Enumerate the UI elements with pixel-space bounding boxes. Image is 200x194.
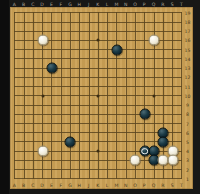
row-label-left: 9 [3, 103, 6, 108]
row-label-left: 14 [2, 56, 8, 61]
column-label-top: L [106, 2, 109, 7]
row-label-left: 8 [3, 112, 6, 117]
row-label-right: 5 [186, 139, 189, 144]
white-stone [167, 155, 178, 166]
grid-line-vertical [107, 12, 108, 179]
column-label-bottom: Q [152, 182, 156, 187]
row-label-left: 10 [2, 93, 8, 98]
row-label-left: 3 [3, 158, 6, 163]
row-label-left: 2 [3, 167, 6, 172]
hoshi-point [153, 94, 156, 97]
column-label-bottom: F [59, 182, 62, 187]
white-stone [37, 35, 48, 46]
column-label-bottom: T [180, 182, 183, 187]
row-label-right: 17 [185, 29, 191, 34]
column-label-top: G [68, 2, 72, 7]
row-label-right: 12 [185, 75, 191, 80]
column-label-top: D [40, 2, 44, 7]
white-stone [149, 35, 160, 46]
column-label-bottom: N [124, 182, 127, 187]
black-stone [158, 136, 169, 147]
column-label-top: O [133, 2, 137, 7]
row-label-left: 7 [3, 121, 6, 126]
column-label-bottom: L [106, 182, 109, 187]
column-label-top: P [143, 2, 146, 7]
row-label-left: 18 [2, 20, 8, 25]
row-label-left: 11 [2, 84, 8, 89]
column-label-bottom: D [40, 182, 44, 187]
column-label-bottom: K [96, 182, 99, 187]
hoshi-point [41, 94, 44, 97]
grid-line-vertical [181, 12, 182, 179]
white-stone [37, 146, 48, 157]
column-label-bottom: B [22, 182, 25, 187]
go-board[interactable] [10, 7, 193, 189]
column-label-top: Q [152, 2, 156, 7]
row-label-left: 5 [3, 139, 6, 144]
row-label-left: 15 [2, 47, 8, 52]
row-label-left: 12 [2, 75, 8, 80]
column-label-top: H [78, 2, 81, 7]
row-label-left: 16 [2, 38, 8, 43]
grid-line-vertical [116, 12, 117, 179]
column-label-bottom: O [133, 182, 137, 187]
column-label-top: K [96, 2, 99, 7]
screenshot-frame: AABBCCDDEEFFGGHHJJKKLLMMNNOOPPQQRRSSTT19… [0, 0, 200, 194]
row-label-right: 2 [186, 167, 189, 172]
grid-line-horizontal [14, 169, 182, 170]
row-label-right: 4 [186, 149, 189, 154]
row-label-right: 19 [185, 10, 191, 15]
row-label-left: 13 [2, 66, 8, 71]
column-label-top: R [161, 2, 164, 7]
column-label-bottom: S [171, 182, 174, 187]
column-label-bottom: G [68, 182, 72, 187]
column-label-top: E [50, 2, 53, 7]
column-label-top: N [124, 2, 127, 7]
grid-line-vertical [126, 12, 127, 179]
row-label-right: 18 [185, 20, 191, 25]
column-label-bottom: H [78, 182, 81, 187]
row-label-left: 6 [3, 130, 6, 135]
row-label-right: 15 [185, 47, 191, 52]
column-label-bottom: P [143, 182, 146, 187]
row-label-right: 11 [185, 84, 191, 89]
white-stone [130, 155, 141, 166]
grid-line-horizontal [14, 178, 182, 179]
column-label-bottom: A [13, 182, 16, 187]
column-label-top: F [59, 2, 62, 7]
row-label-left: 1 [3, 176, 6, 181]
row-label-right: 3 [186, 158, 189, 163]
row-label-left: 4 [3, 149, 6, 154]
column-label-bottom: C [31, 182, 34, 187]
row-label-left: 19 [2, 10, 8, 15]
row-label-right: 6 [186, 130, 189, 135]
column-label-top: A [13, 2, 16, 7]
last-move-marker [141, 148, 148, 155]
hoshi-point [97, 39, 100, 42]
black-stone [65, 136, 76, 147]
column-label-bottom: R [161, 182, 164, 187]
black-stone [139, 109, 150, 120]
column-label-top: B [22, 2, 25, 7]
row-label-right: 9 [186, 103, 189, 108]
column-label-bottom: J [88, 182, 89, 187]
row-label-left: 17 [2, 29, 8, 34]
row-label-right: 1 [186, 176, 189, 181]
column-label-bottom: M [114, 182, 118, 187]
grid-line-horizontal [14, 105, 182, 106]
row-label-right: 14 [185, 56, 191, 61]
column-label-bottom: E [50, 182, 53, 187]
row-label-right: 16 [185, 38, 191, 43]
black-stone [46, 63, 57, 74]
black-stone [111, 44, 122, 55]
grid-line-horizontal [14, 123, 182, 124]
row-label-right: 7 [186, 121, 189, 126]
hoshi-point [97, 94, 100, 97]
column-label-top: S [171, 2, 174, 7]
grid-line-horizontal [14, 114, 182, 115]
hoshi-point [97, 150, 100, 153]
row-label-right: 13 [185, 66, 191, 71]
column-label-top: J [88, 2, 89, 7]
column-label-top: C [31, 2, 34, 7]
row-label-right: 10 [185, 93, 191, 98]
column-label-top: M [114, 2, 118, 7]
column-label-top: T [180, 2, 183, 7]
row-label-right: 8 [186, 112, 189, 117]
